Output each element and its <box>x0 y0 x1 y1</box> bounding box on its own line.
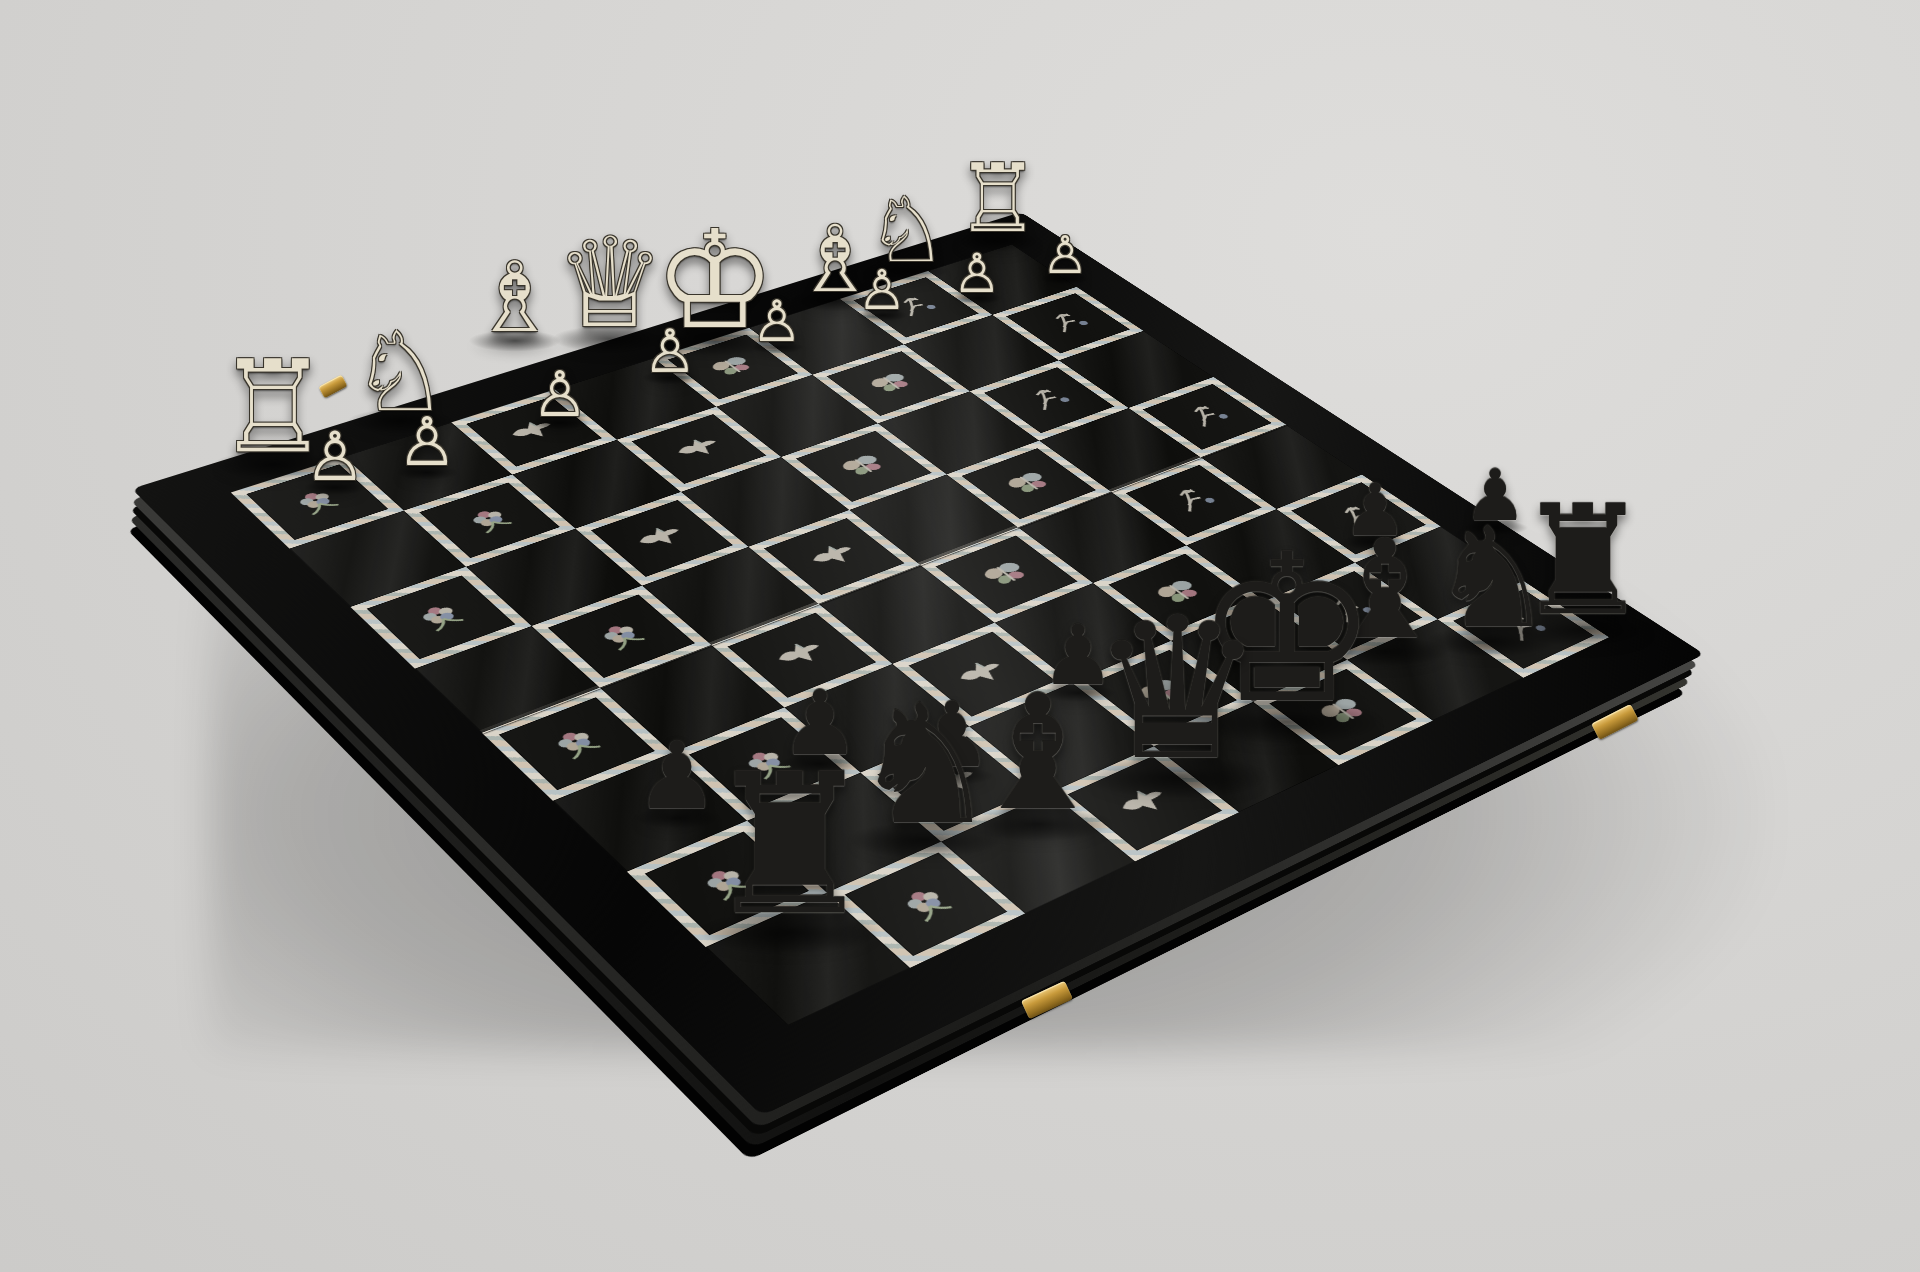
piece-ground-shadow <box>469 330 561 351</box>
photo-scene: ♖♘♗♕♔♗♘♖♙♙♙♙♙♙♙♙♜♞♝♛♚♝♞♜♟♟♟♟♟♟ <box>0 0 1920 1272</box>
bishop-glyph: ♗ <box>472 249 559 346</box>
white-bishop: ♗ <box>472 249 559 346</box>
brass-hinge <box>318 374 347 398</box>
